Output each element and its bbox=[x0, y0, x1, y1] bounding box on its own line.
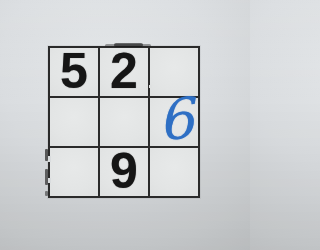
cell-r0c1[interactable]: 2 bbox=[100, 48, 148, 96]
given-digit-5: 5 bbox=[60, 46, 88, 96]
cell-r1c1[interactable] bbox=[100, 98, 148, 146]
print-artifact bbox=[45, 191, 48, 196]
paper-background: { "game": "sudoku", "position": "52./..6… bbox=[0, 0, 250, 250]
handwritten-digit-6: 6 bbox=[156, 90, 196, 149]
cell-r1c2[interactable]: 6 bbox=[150, 98, 198, 146]
cell-r1c0[interactable] bbox=[50, 98, 98, 146]
sudoku-board: 5269 bbox=[48, 46, 200, 198]
cell-r0c0[interactable]: 5 bbox=[50, 48, 98, 96]
cell-r2c0[interactable] bbox=[50, 148, 98, 196]
print-artifact bbox=[45, 149, 48, 161]
cell-r2c2[interactable] bbox=[150, 148, 198, 196]
cell-r2c1[interactable]: 9 bbox=[100, 148, 148, 196]
given-digit-9: 9 bbox=[110, 146, 138, 196]
given-digit-2: 2 bbox=[110, 46, 138, 96]
print-artifact bbox=[45, 169, 48, 185]
